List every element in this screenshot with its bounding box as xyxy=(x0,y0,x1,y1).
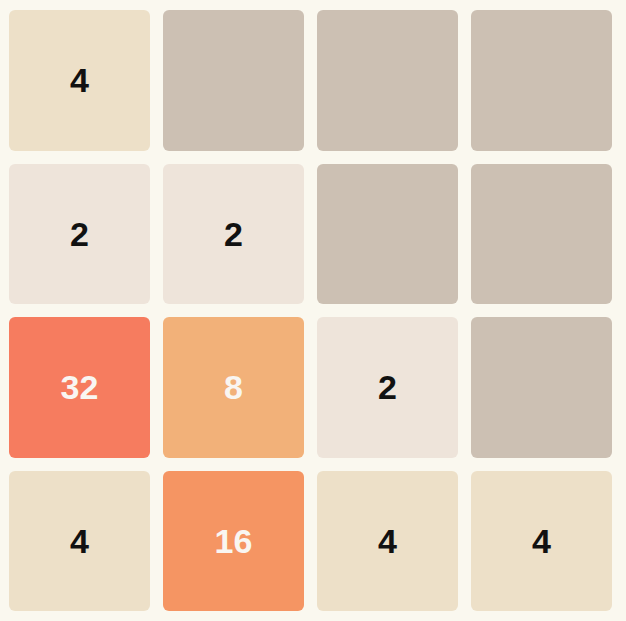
empty-cell-r2c3 xyxy=(317,164,458,305)
tile-16-r4c2: 16 xyxy=(163,471,304,612)
tile-4-r1c1: 4 xyxy=(9,10,150,151)
tile-2-r2c1: 2 xyxy=(9,164,150,305)
empty-cell-r1c2 xyxy=(163,10,304,151)
board-2048[interactable]: 422328241644 xyxy=(0,0,626,621)
tile-2-r3c3: 2 xyxy=(317,317,458,458)
empty-cell-r3c4 xyxy=(471,317,612,458)
empty-cell-r2c4 xyxy=(471,164,612,305)
tile-4-r4c1: 4 xyxy=(9,471,150,612)
tile-4-r4c3: 4 xyxy=(317,471,458,612)
tile-8-r3c2: 8 xyxy=(163,317,304,458)
tile-32-r3c1: 32 xyxy=(9,317,150,458)
tile-4-r4c4: 4 xyxy=(471,471,612,612)
empty-cell-r1c3 xyxy=(317,10,458,151)
tile-2-r2c2: 2 xyxy=(163,164,304,305)
empty-cell-r1c4 xyxy=(471,10,612,151)
